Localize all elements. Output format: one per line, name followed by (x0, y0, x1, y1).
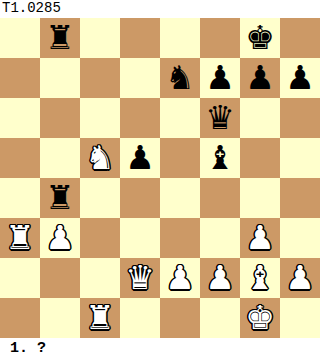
square-h4[interactable] (280, 178, 320, 218)
square-h3[interactable] (280, 218, 320, 258)
square-h8[interactable] (280, 18, 320, 58)
square-f2[interactable]: ♟ (200, 258, 240, 298)
square-e3[interactable] (160, 218, 200, 258)
white-pawn[interactable]: ♟ (40, 218, 80, 258)
square-e8[interactable] (160, 18, 200, 58)
square-c4[interactable] (80, 178, 120, 218)
square-c5[interactable]: ♞ (80, 138, 120, 178)
black-pawn[interactable]: ♟ (120, 138, 160, 178)
square-g2[interactable]: ♝ (240, 258, 280, 298)
square-b7[interactable] (40, 58, 80, 98)
square-f3[interactable] (200, 218, 240, 258)
square-b1[interactable] (40, 298, 80, 338)
white-king[interactable]: ♚ (240, 298, 280, 338)
white-pawn[interactable]: ♟ (280, 258, 320, 298)
square-h7[interactable]: ♟ (280, 58, 320, 98)
square-e6[interactable] (160, 98, 200, 138)
white-rook[interactable]: ♜ (0, 218, 40, 258)
square-a3[interactable]: ♜ (0, 218, 40, 258)
square-b3[interactable]: ♟ (40, 218, 80, 258)
square-d5[interactable]: ♟ (120, 138, 160, 178)
square-c3[interactable] (80, 218, 120, 258)
square-h5[interactable] (280, 138, 320, 178)
black-pawn[interactable]: ♟ (200, 58, 240, 98)
square-h1[interactable] (280, 298, 320, 338)
white-knight[interactable]: ♞ (80, 138, 120, 178)
square-c1[interactable]: ♜ (80, 298, 120, 338)
square-f7[interactable]: ♟ (200, 58, 240, 98)
square-f5[interactable]: ♝ (200, 138, 240, 178)
square-d1[interactable] (120, 298, 160, 338)
chess-puzzle-page: T1.0285 ♜♚♞♟♟♟♛♞♟♝♜♜♟♟♛♟♟♝♟♜♚ 1. ? (0, 0, 320, 360)
white-pawn[interactable]: ♟ (160, 258, 200, 298)
black-knight[interactable]: ♞ (160, 58, 200, 98)
square-f8[interactable] (200, 18, 240, 58)
square-d7[interactable] (120, 58, 160, 98)
square-f4[interactable] (200, 178, 240, 218)
square-a7[interactable] (0, 58, 40, 98)
square-e4[interactable] (160, 178, 200, 218)
square-h2[interactable]: ♟ (280, 258, 320, 298)
square-h6[interactable] (280, 98, 320, 138)
square-b8[interactable]: ♜ (40, 18, 80, 58)
square-g8[interactable]: ♚ (240, 18, 280, 58)
square-b2[interactable] (40, 258, 80, 298)
square-f6[interactable]: ♛ (200, 98, 240, 138)
square-a4[interactable] (0, 178, 40, 218)
move-prompt: 1. ? (0, 338, 320, 360)
square-a8[interactable] (0, 18, 40, 58)
black-pawn[interactable]: ♟ (240, 58, 280, 98)
square-g6[interactable] (240, 98, 280, 138)
square-d4[interactable] (120, 178, 160, 218)
white-queen[interactable]: ♛ (120, 258, 160, 298)
square-e7[interactable]: ♞ (160, 58, 200, 98)
square-f1[interactable] (200, 298, 240, 338)
square-d2[interactable]: ♛ (120, 258, 160, 298)
square-e1[interactable] (160, 298, 200, 338)
black-king[interactable]: ♚ (240, 18, 280, 58)
square-g3[interactable]: ♟ (240, 218, 280, 258)
square-e5[interactable] (160, 138, 200, 178)
chess-board: ♜♚♞♟♟♟♛♞♟♝♜♜♟♟♛♟♟♝♟♜♚ (0, 18, 320, 338)
square-d6[interactable] (120, 98, 160, 138)
black-pawn[interactable]: ♟ (280, 58, 320, 98)
white-pawn[interactable]: ♟ (240, 218, 280, 258)
square-b5[interactable] (40, 138, 80, 178)
square-e2[interactable]: ♟ (160, 258, 200, 298)
square-c7[interactable] (80, 58, 120, 98)
white-pawn[interactable]: ♟ (200, 258, 240, 298)
square-g1[interactable]: ♚ (240, 298, 280, 338)
puzzle-id: T1.0285 (0, 0, 320, 18)
black-rook[interactable]: ♜ (40, 18, 80, 58)
black-queen[interactable]: ♛ (200, 98, 240, 138)
square-g7[interactable]: ♟ (240, 58, 280, 98)
square-g4[interactable] (240, 178, 280, 218)
square-a2[interactable] (0, 258, 40, 298)
square-c6[interactable] (80, 98, 120, 138)
white-rook[interactable]: ♜ (80, 298, 120, 338)
square-a1[interactable] (0, 298, 40, 338)
white-bishop[interactable]: ♝ (240, 258, 280, 298)
square-b4[interactable]: ♜ (40, 178, 80, 218)
black-bishop[interactable]: ♝ (200, 138, 240, 178)
square-a6[interactable] (0, 98, 40, 138)
square-g5[interactable] (240, 138, 280, 178)
square-c8[interactable] (80, 18, 120, 58)
square-d8[interactable] (120, 18, 160, 58)
black-rook[interactable]: ♜ (40, 178, 80, 218)
square-c2[interactable] (80, 258, 120, 298)
square-a5[interactable] (0, 138, 40, 178)
square-d3[interactable] (120, 218, 160, 258)
square-b6[interactable] (40, 98, 80, 138)
